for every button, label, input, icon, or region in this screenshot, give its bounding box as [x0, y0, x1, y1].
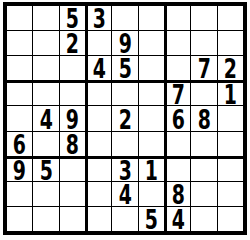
given-digit: 3	[93, 6, 106, 30]
sudoku-cell-r8c2[interactable]	[33, 182, 58, 206]
sudoku-cell-r2c4[interactable]	[86, 31, 111, 55]
sudoku-cell-r2c5: 9	[112, 31, 137, 55]
sudoku-cell-r5c2: 4	[33, 106, 58, 130]
sudoku-cell-r3c9: 2	[218, 56, 243, 80]
sudoku-cell-r2c3: 2	[60, 31, 85, 55]
sudoku-cell-r1c1[interactable]	[7, 6, 32, 30]
sudoku-cell-r6c7[interactable]	[165, 132, 190, 156]
sudoku-cell-r4c9: 1	[218, 81, 243, 105]
sudoku-cell-r3c8: 7	[191, 56, 216, 80]
given-digit: 7	[197, 56, 210, 80]
given-digit: 4	[39, 106, 52, 130]
sudoku-cell-r9c3[interactable]	[60, 207, 85, 231]
sudoku-cell-r6c5[interactable]	[112, 132, 137, 156]
sudoku-cell-r1c3: 5	[60, 6, 85, 30]
sudoku-cell-r3c3[interactable]	[60, 56, 85, 80]
sudoku-cell-r9c6: 5	[139, 207, 164, 231]
given-digit: 6	[13, 132, 26, 156]
sudoku-cell-r7c6: 1	[139, 157, 164, 181]
given-digit: 5	[66, 6, 79, 30]
sudoku-cell-r1c7[interactable]	[165, 6, 190, 30]
sudoku-cell-r8c7: 8	[165, 182, 190, 206]
sudoku-cell-r7c2: 5	[33, 157, 58, 181]
given-digit: 9	[118, 31, 131, 55]
given-digit: 5	[145, 207, 158, 231]
given-digit: 5	[118, 56, 131, 80]
sudoku-cell-r3c7[interactable]	[165, 56, 190, 80]
sudoku-cell-r2c9[interactable]	[218, 31, 243, 55]
sudoku-cell-r8c5: 4	[112, 182, 137, 206]
given-digit: 4	[93, 56, 106, 80]
sudoku-cell-r8c8[interactable]	[191, 182, 216, 206]
sudoku-cell-r5c6[interactable]	[139, 106, 164, 130]
sudoku-cell-r1c9[interactable]	[218, 6, 243, 30]
sudoku-cell-r2c8[interactable]	[191, 31, 216, 55]
sudoku-cell-r5c7: 6	[165, 106, 190, 130]
sudoku-cell-r8c9[interactable]	[218, 182, 243, 206]
given-digit: 2	[118, 106, 131, 130]
sudoku-cell-r8c3[interactable]	[60, 182, 85, 206]
given-digit: 8	[66, 132, 79, 156]
sudoku-cell-r1c4: 3	[86, 6, 111, 30]
given-digit: 2	[224, 56, 237, 80]
sudoku-cell-r6c2[interactable]	[33, 132, 58, 156]
sudoku-cell-r5c3: 9	[60, 106, 85, 130]
sudoku-cell-r3c5: 5	[112, 56, 137, 80]
sudoku-cell-r2c7[interactable]	[165, 31, 190, 55]
given-digit: 2	[66, 31, 79, 55]
sudoku-cell-r1c5[interactable]	[112, 6, 137, 30]
given-digit: 4	[118, 182, 131, 206]
sudoku-cell-r4c8[interactable]	[191, 81, 216, 105]
sudoku-page: 5329457271492686895314854	[0, 0, 250, 240]
sudoku-cell-r9c7: 4	[165, 207, 190, 231]
sudoku-cell-r2c2[interactable]	[33, 31, 58, 55]
sudoku-cell-r9c5[interactable]	[112, 207, 137, 231]
given-digit: 4	[172, 207, 185, 231]
sudoku-cell-r9c8[interactable]	[191, 207, 216, 231]
sudoku-cell-r3c4: 4	[86, 56, 111, 80]
sudoku-cell-r1c2[interactable]	[33, 6, 58, 30]
sudoku-cell-r7c5: 3	[112, 157, 137, 181]
sudoku-cell-r3c2[interactable]	[33, 56, 58, 80]
sudoku-cell-r5c8: 8	[191, 106, 216, 130]
sudoku-board: 5329457271492686895314854	[3, 2, 247, 235]
sudoku-cell-r1c8[interactable]	[191, 6, 216, 30]
sudoku-cell-r7c4[interactable]	[86, 157, 111, 181]
sudoku-cell-r6c9[interactable]	[218, 132, 243, 156]
given-digit: 8	[172, 182, 185, 206]
sudoku-cell-r7c1: 9	[7, 157, 32, 181]
sudoku-cell-r3c6[interactable]	[139, 56, 164, 80]
given-digit: 9	[13, 157, 26, 181]
sudoku-cell-r4c2[interactable]	[33, 81, 58, 105]
sudoku-cell-r4c5[interactable]	[112, 81, 137, 105]
sudoku-cell-r9c9[interactable]	[218, 207, 243, 231]
sudoku-cell-r6c4[interactable]	[86, 132, 111, 156]
sudoku-cell-r9c2[interactable]	[33, 207, 58, 231]
given-digit: 5	[39, 157, 52, 181]
sudoku-cell-r3c1[interactable]	[7, 56, 32, 80]
sudoku-cell-r9c1[interactable]	[7, 207, 32, 231]
given-digit: 6	[172, 106, 185, 130]
given-digit: 9	[66, 106, 79, 130]
sudoku-cell-r2c6[interactable]	[139, 31, 164, 55]
sudoku-cell-r5c4[interactable]	[86, 106, 111, 130]
sudoku-cell-r2c1[interactable]	[7, 31, 32, 55]
sudoku-cell-r8c1[interactable]	[7, 182, 32, 206]
sudoku-cell-r4c6[interactable]	[139, 81, 164, 105]
sudoku-cell-r4c7: 7	[165, 81, 190, 105]
sudoku-cell-r5c9[interactable]	[218, 106, 243, 130]
sudoku-cell-r4c3[interactable]	[60, 81, 85, 105]
sudoku-cell-r7c3[interactable]	[60, 157, 85, 181]
sudoku-cell-r5c1[interactable]	[7, 106, 32, 130]
sudoku-cell-r1c6[interactable]	[139, 6, 164, 30]
sudoku-cell-r7c9[interactable]	[218, 157, 243, 181]
sudoku-cell-r6c6[interactable]	[139, 132, 164, 156]
sudoku-cell-r8c4[interactable]	[86, 182, 111, 206]
sudoku-cell-r7c8[interactable]	[191, 157, 216, 181]
given-digit: 1	[224, 81, 237, 105]
sudoku-cell-r6c8[interactable]	[191, 132, 216, 156]
sudoku-cell-r6c1: 6	[7, 132, 32, 156]
given-digit: 1	[145, 157, 158, 181]
sudoku-cell-r4c4[interactable]	[86, 81, 111, 105]
given-digit: 8	[197, 106, 210, 130]
sudoku-cell-r7c7[interactable]	[165, 157, 190, 181]
sudoku-cell-r5c5: 2	[112, 106, 137, 130]
sudoku-cell-r8c6[interactable]	[139, 182, 164, 206]
given-digit: 7	[172, 81, 185, 105]
sudoku-cell-r6c3: 8	[60, 132, 85, 156]
sudoku-cell-r4c1[interactable]	[7, 81, 32, 105]
sudoku-cell-r9c4[interactable]	[86, 207, 111, 231]
given-digit: 3	[118, 157, 131, 181]
